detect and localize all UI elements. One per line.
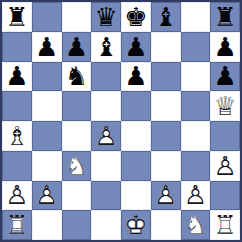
white-pawn-piece: ♟♙: [2, 181, 32, 211]
square-a1[interactable]: ♜♖: [2, 210, 32, 240]
white-pawn-piece: ♟♙: [32, 181, 62, 211]
square-h7[interactable]: ♟: [210, 32, 240, 62]
black-pawn-piece: ♟: [2, 62, 32, 92]
white-bishop-piece: ♝♗: [2, 121, 32, 151]
square-e6[interactable]: ♟: [121, 62, 151, 92]
square-c7[interactable]: ♟: [62, 32, 92, 62]
square-g5[interactable]: [181, 91, 211, 121]
black-queen-piece: ♛: [91, 2, 121, 32]
black-pawn-piece: ♟: [32, 32, 62, 62]
square-a5[interactable]: [2, 91, 32, 121]
black-bishop-piece: ♝: [151, 2, 181, 32]
square-a4[interactable]: ♝♗: [2, 121, 32, 151]
white-queen-piece: ♛♕: [210, 91, 240, 121]
square-f1[interactable]: [151, 210, 181, 240]
white-rook-piece: ♜♖: [210, 210, 240, 240]
white-rook-piece: ♜♖: [2, 210, 32, 240]
square-b5[interactable]: [32, 91, 62, 121]
square-f8[interactable]: ♝: [151, 2, 181, 32]
square-g7[interactable]: [181, 32, 211, 62]
square-b8[interactable]: [32, 2, 62, 32]
square-c5[interactable]: [62, 91, 92, 121]
square-e5[interactable]: [121, 91, 151, 121]
white-pawn-piece: ♟♙: [210, 151, 240, 181]
white-king-piece: ♚♔: [121, 210, 151, 240]
square-f7[interactable]: [151, 32, 181, 62]
black-king-piece: ♚: [121, 2, 151, 32]
square-b4[interactable]: [32, 121, 62, 151]
white-pawn-piece: ♟♙: [91, 121, 121, 151]
black-pawn-piece: ♟: [121, 32, 151, 62]
square-b6[interactable]: [32, 62, 62, 92]
white-knight-piece: ♞♘: [181, 210, 211, 240]
square-g6[interactable]: [181, 62, 211, 92]
square-a2[interactable]: ♟♙: [2, 181, 32, 211]
square-c1[interactable]: [62, 210, 92, 240]
square-a3[interactable]: [2, 151, 32, 181]
square-h3[interactable]: ♟♙: [210, 151, 240, 181]
black-knight-piece: ♞: [62, 62, 92, 92]
black-bishop-piece: ♝: [91, 32, 121, 62]
square-a8[interactable]: ♜: [2, 2, 32, 32]
white-pawn-piece: ♟♙: [151, 181, 181, 211]
square-f6[interactable]: [151, 62, 181, 92]
square-h2[interactable]: [210, 181, 240, 211]
square-a6[interactable]: ♟: [2, 62, 32, 92]
square-g4[interactable]: [181, 121, 211, 151]
black-pawn-piece: ♟: [121, 62, 151, 92]
square-e1[interactable]: ♚♔: [121, 210, 151, 240]
square-f3[interactable]: [151, 151, 181, 181]
square-b2[interactable]: ♟♙: [32, 181, 62, 211]
square-c2[interactable]: [62, 181, 92, 211]
square-h1[interactable]: ♜♖: [210, 210, 240, 240]
square-c3[interactable]: ♞♘: [62, 151, 92, 181]
square-h8[interactable]: ♜: [210, 2, 240, 32]
square-b7[interactable]: ♟: [32, 32, 62, 62]
chess-board: ♜♛♚♝♜♟♟♝♟♟♟♞♟♟♛♕♝♗♟♙♞♘♟♙♟♙♟♙♟♙♟♙♜♖♚♔♞♘♜♖: [0, 0, 242, 242]
square-c4[interactable]: [62, 121, 92, 151]
square-d1[interactable]: [91, 210, 121, 240]
square-f4[interactable]: [151, 121, 181, 151]
square-c8[interactable]: [62, 2, 92, 32]
black-rook-piece: ♜: [210, 2, 240, 32]
square-d3[interactable]: [91, 151, 121, 181]
square-d6[interactable]: [91, 62, 121, 92]
square-g1[interactable]: ♞♘: [181, 210, 211, 240]
square-e4[interactable]: [121, 121, 151, 151]
square-d2[interactable]: [91, 181, 121, 211]
square-e8[interactable]: ♚: [121, 2, 151, 32]
square-d7[interactable]: ♝: [91, 32, 121, 62]
square-d5[interactable]: [91, 91, 121, 121]
square-f2[interactable]: ♟♙: [151, 181, 181, 211]
white-knight-piece: ♞♘: [62, 151, 92, 181]
square-e7[interactable]: ♟: [121, 32, 151, 62]
square-e3[interactable]: [121, 151, 151, 181]
white-pawn-piece: ♟♙: [181, 181, 211, 211]
square-g3[interactable]: [181, 151, 211, 181]
square-b3[interactable]: [32, 151, 62, 181]
square-b1[interactable]: [32, 210, 62, 240]
black-rook-piece: ♜: [2, 2, 32, 32]
square-h4[interactable]: [210, 121, 240, 151]
square-d4[interactable]: ♟♙: [91, 121, 121, 151]
square-c6[interactable]: ♞: [62, 62, 92, 92]
black-pawn-piece: ♟: [62, 32, 92, 62]
square-g8[interactable]: [181, 2, 211, 32]
square-a7[interactable]: [2, 32, 32, 62]
square-h5[interactable]: ♛♕: [210, 91, 240, 121]
black-pawn-piece: ♟: [210, 62, 240, 92]
square-e2[interactable]: [121, 181, 151, 211]
square-d8[interactable]: ♛: [91, 2, 121, 32]
square-g2[interactable]: ♟♙: [181, 181, 211, 211]
black-pawn-piece: ♟: [210, 32, 240, 62]
square-f5[interactable]: [151, 91, 181, 121]
square-h6[interactable]: ♟: [210, 62, 240, 92]
